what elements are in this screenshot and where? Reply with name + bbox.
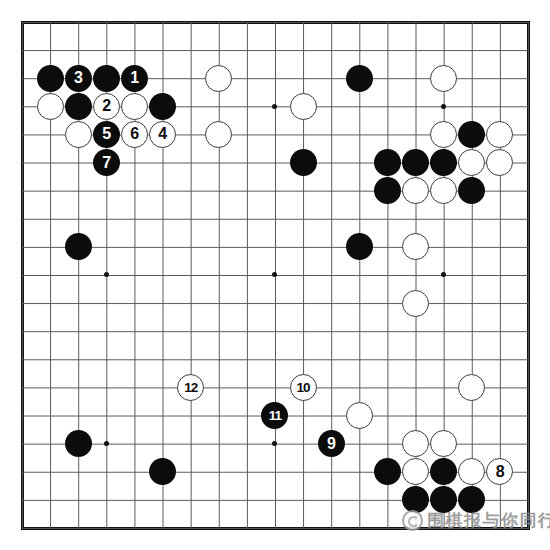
white-stone <box>205 65 232 92</box>
star-point <box>272 104 277 109</box>
white-stone <box>458 458 485 485</box>
move-number: 1 <box>130 70 138 86</box>
white-stone <box>486 149 513 176</box>
white-stone <box>205 121 232 148</box>
black-stone-move-11: 11 <box>261 402 288 429</box>
watermark-swirl-logo-icon <box>402 510 423 531</box>
black-stone <box>37 65 64 92</box>
black-stone <box>149 93 176 120</box>
move-number: 5 <box>102 126 110 142</box>
black-stone <box>430 458 457 485</box>
move-number: 10 <box>297 381 310 395</box>
move-number: 12 <box>184 381 197 395</box>
black-stone <box>346 233 373 260</box>
white-stone-move-4: 4 <box>149 121 176 148</box>
move-number: 8 <box>496 464 504 480</box>
star-point <box>441 104 446 109</box>
white-stone <box>402 290 429 317</box>
black-stone <box>374 458 401 485</box>
board-grid: 312564712101198 <box>8 8 542 542</box>
white-stone-move-6: 6 <box>121 121 148 148</box>
white-stone <box>458 374 485 401</box>
white-stone <box>430 177 457 204</box>
white-stone <box>37 93 64 120</box>
white-stone <box>486 121 513 148</box>
star-point <box>272 441 277 446</box>
black-stone <box>65 93 92 120</box>
black-stone-move-3: 3 <box>65 65 92 92</box>
move-number: 2 <box>102 98 110 114</box>
white-stone <box>430 430 457 457</box>
star-point <box>272 272 277 277</box>
star-point <box>104 441 109 446</box>
white-stone-move-12: 12 <box>177 374 204 401</box>
black-stone <box>430 149 457 176</box>
black-stone <box>458 177 485 204</box>
black-stone-move-7: 7 <box>93 149 120 176</box>
black-stone <box>374 177 401 204</box>
white-stone <box>290 93 317 120</box>
black-stone-move-1: 1 <box>121 65 148 92</box>
white-stone <box>65 121 92 148</box>
move-number: 7 <box>102 155 110 171</box>
black-stone <box>458 121 485 148</box>
black-stone <box>290 149 317 176</box>
white-stone <box>402 233 429 260</box>
white-stone <box>346 402 373 429</box>
white-stone <box>121 93 148 120</box>
white-stone <box>430 121 457 148</box>
black-stone <box>402 149 429 176</box>
watermark: 围棋报与你同行 <box>402 509 550 532</box>
white-stone-move-8: 8 <box>486 458 513 485</box>
move-number: 11 <box>269 409 281 423</box>
black-stone <box>65 233 92 260</box>
star-point <box>441 272 446 277</box>
watermark-text: 围棋报与你同行 <box>427 509 550 532</box>
black-stone <box>65 430 92 457</box>
white-stone-move-10: 10 <box>290 374 317 401</box>
black-stone-move-9: 9 <box>318 430 345 457</box>
watermark-swirl-inner <box>408 516 419 527</box>
move-number: 4 <box>158 126 166 142</box>
star-point <box>104 272 109 277</box>
go-diagram-page: 312564712101198 围棋报与你同行 <box>0 0 550 550</box>
black-stone <box>93 65 120 92</box>
move-number: 9 <box>327 436 335 452</box>
move-number: 3 <box>74 70 82 86</box>
black-stone <box>149 458 176 485</box>
white-stone <box>402 458 429 485</box>
white-stone <box>430 65 457 92</box>
go-board: 312564712101198 <box>8 8 542 542</box>
white-stone-move-2: 2 <box>93 93 120 120</box>
black-stone <box>346 65 373 92</box>
black-stone-move-5: 5 <box>93 121 120 148</box>
move-number: 6 <box>130 126 138 142</box>
white-stone <box>458 149 485 176</box>
white-stone <box>402 177 429 204</box>
white-stone <box>402 430 429 457</box>
black-stone <box>374 149 401 176</box>
